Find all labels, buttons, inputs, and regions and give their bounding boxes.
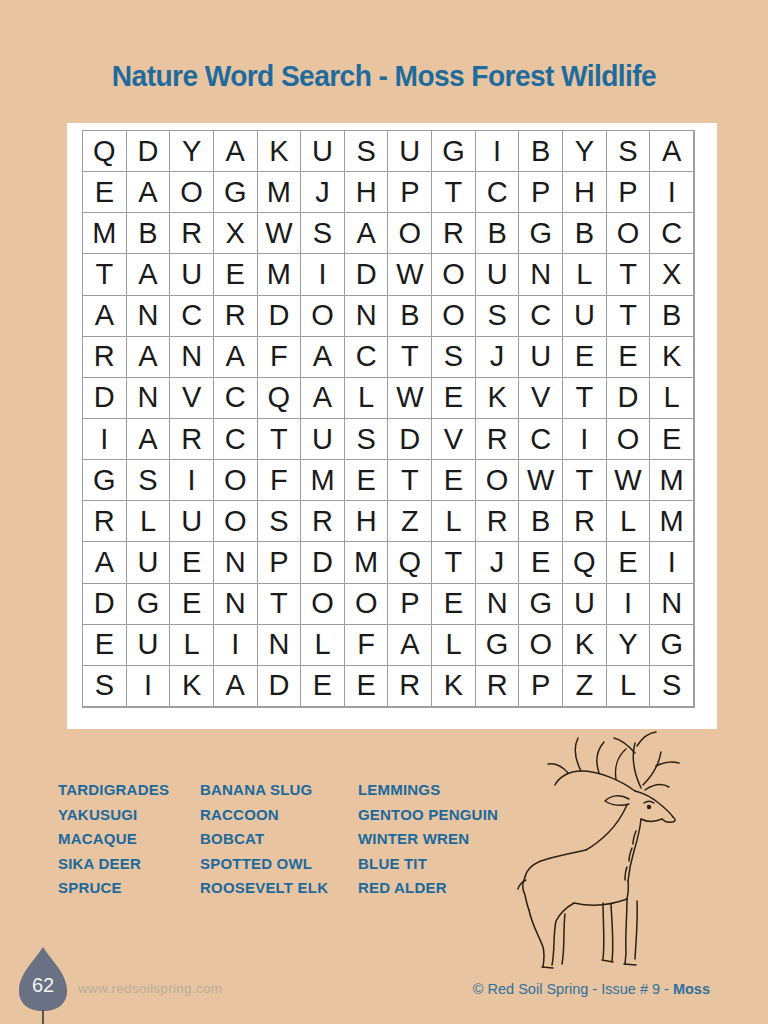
grid-cell[interactable]: M bbox=[83, 213, 127, 254]
grid-cell[interactable]: U bbox=[476, 254, 520, 295]
grid-cell[interactable]: X bbox=[214, 213, 258, 254]
grid-cell[interactable]: S bbox=[258, 501, 302, 542]
grid-cell[interactable]: D bbox=[388, 419, 432, 460]
grid-cell[interactable]: E bbox=[345, 460, 389, 501]
grid-cell[interactable]: L bbox=[432, 625, 476, 666]
grid-cell[interactable]: P bbox=[258, 542, 302, 583]
grid-cell[interactable]: B bbox=[388, 296, 432, 337]
grid-cell[interactable]: W bbox=[258, 213, 302, 254]
grid-cell[interactable]: V bbox=[170, 378, 214, 419]
copyright-issue-title: Moss bbox=[673, 981, 710, 997]
grid-cell[interactable]: C bbox=[650, 213, 694, 254]
grid-cell[interactable]: A bbox=[83, 542, 127, 583]
copyright-text: © Red Soil Spring - Issue # 9 - bbox=[473, 981, 673, 997]
grid-cell[interactable]: D bbox=[345, 254, 389, 295]
grid-cell[interactable]: E bbox=[83, 172, 127, 213]
grid-cell[interactable]: W bbox=[388, 254, 432, 295]
grid-cell[interactable]: W bbox=[519, 460, 563, 501]
grid-cell[interactable]: E bbox=[345, 666, 389, 707]
word-list-item: BOBCAT bbox=[200, 827, 328, 852]
grid-cell[interactable]: Q bbox=[563, 542, 607, 583]
grid-cell[interactable]: I bbox=[83, 419, 127, 460]
droplet-stem bbox=[42, 1010, 44, 1024]
grid-cell[interactable]: E bbox=[607, 337, 651, 378]
grid-cell[interactable]: O bbox=[170, 172, 214, 213]
grid-cell[interactable]: A bbox=[127, 254, 171, 295]
grid-cell[interactable]: O bbox=[388, 213, 432, 254]
grid-cell[interactable]: S bbox=[345, 419, 389, 460]
word-list-item: SIKA DEER bbox=[58, 852, 169, 877]
grid-cell[interactable]: A bbox=[83, 296, 127, 337]
grid-cell[interactable]: R bbox=[83, 501, 127, 542]
grid-cell[interactable]: A bbox=[127, 172, 171, 213]
grid-cell[interactable]: R bbox=[388, 666, 432, 707]
grid-cell[interactable]: E bbox=[432, 460, 476, 501]
grid-cell[interactable]: U bbox=[301, 419, 345, 460]
grid-cell[interactable]: L bbox=[650, 378, 694, 419]
grid-cell[interactable]: K bbox=[563, 625, 607, 666]
grid-cell[interactable]: O bbox=[214, 501, 258, 542]
grid-cell[interactable]: M bbox=[650, 501, 694, 542]
grid-cell[interactable]: C bbox=[519, 419, 563, 460]
grid-cell[interactable]: S bbox=[476, 296, 520, 337]
grid-cell[interactable]: L bbox=[607, 666, 651, 707]
grid-cell[interactable]: E bbox=[170, 584, 214, 625]
grid-cell[interactable]: F bbox=[345, 625, 389, 666]
grid-cell[interactable]: R bbox=[170, 213, 214, 254]
grid-cell[interactable]: X bbox=[650, 254, 694, 295]
grid-cell[interactable]: Q bbox=[388, 542, 432, 583]
grid-cell[interactable]: B bbox=[650, 296, 694, 337]
grid-cell[interactable]: U bbox=[170, 254, 214, 295]
grid-cell[interactable]: E bbox=[170, 542, 214, 583]
grid-cell[interactable]: N bbox=[170, 337, 214, 378]
grid-cell[interactable]: K bbox=[476, 378, 520, 419]
grid-cell[interactable]: N bbox=[476, 584, 520, 625]
grid-cell[interactable]: M bbox=[345, 542, 389, 583]
grid-cell[interactable]: A bbox=[214, 131, 258, 172]
grid-cell[interactable]: L bbox=[170, 625, 214, 666]
grid-cell[interactable]: Y bbox=[170, 131, 214, 172]
word-list-item: MACAQUE bbox=[58, 827, 169, 852]
grid-cell[interactable]: J bbox=[476, 337, 520, 378]
copyright-line: © Red Soil Spring - Issue # 9 - Moss bbox=[473, 981, 710, 997]
grid-cell[interactable]: E bbox=[301, 666, 345, 707]
grid-cell[interactable]: H bbox=[345, 172, 389, 213]
grid-cell[interactable]: D bbox=[83, 378, 127, 419]
website-url: www.redsoilspring.com bbox=[78, 981, 222, 996]
grid-cell[interactable]: T bbox=[432, 172, 476, 213]
grid-cell[interactable]: R bbox=[476, 666, 520, 707]
grid-cell[interactable]: T bbox=[563, 378, 607, 419]
grid-cell[interactable]: R bbox=[476, 419, 520, 460]
grid-cell[interactable]: M bbox=[301, 460, 345, 501]
grid-cell[interactable]: B bbox=[563, 213, 607, 254]
grid-cell[interactable]: I bbox=[301, 254, 345, 295]
grid-cell[interactable]: P bbox=[388, 584, 432, 625]
grid-cell[interactable]: G bbox=[519, 213, 563, 254]
grid-cell[interactable]: T bbox=[607, 254, 651, 295]
grid-cell[interactable]: A bbox=[650, 131, 694, 172]
grid-cell[interactable]: U bbox=[301, 131, 345, 172]
grid-cell[interactable]: W bbox=[388, 378, 432, 419]
grid-cell[interactable]: T bbox=[83, 254, 127, 295]
grid-cell[interactable]: A bbox=[301, 337, 345, 378]
grid-cell[interactable]: T bbox=[258, 584, 302, 625]
grid-cell[interactable]: A bbox=[214, 666, 258, 707]
grid-cell[interactable]: L bbox=[563, 254, 607, 295]
grid-cell[interactable]: N bbox=[214, 584, 258, 625]
grid-cell[interactable]: D bbox=[607, 378, 651, 419]
word-search-grid: QDYAKUSUGIBYSAEAOGMJHPTCPHPIMBRXWSAORBGB… bbox=[82, 130, 695, 708]
grid-cell[interactable]: S bbox=[650, 666, 694, 707]
grid-cell[interactable]: N bbox=[214, 542, 258, 583]
grid-cell[interactable]: D bbox=[258, 296, 302, 337]
word-list-item: RED ALDER bbox=[358, 876, 498, 901]
grid-cell[interactable]: K bbox=[258, 131, 302, 172]
grid-cell[interactable]: E bbox=[432, 584, 476, 625]
grid-cell[interactable]: S bbox=[83, 666, 127, 707]
grid-cell[interactable]: Q bbox=[83, 131, 127, 172]
word-list-item: BANANA SLUG bbox=[200, 778, 328, 803]
grid-cell[interactable]: E bbox=[650, 419, 694, 460]
grid-cell[interactable]: A bbox=[127, 337, 171, 378]
grid-cell[interactable]: N bbox=[650, 584, 694, 625]
grid-cell[interactable]: B bbox=[519, 131, 563, 172]
grid-cell[interactable]: T bbox=[388, 337, 432, 378]
grid-cell[interactable]: S bbox=[432, 337, 476, 378]
grid-cell[interactable]: W bbox=[607, 460, 651, 501]
word-list-item: TARDIGRADES bbox=[58, 778, 169, 803]
word-list-item: RACCOON bbox=[200, 803, 328, 828]
grid-cell[interactable]: C bbox=[519, 296, 563, 337]
grid-cell[interactable]: L bbox=[345, 378, 389, 419]
word-list-item: WINTER WREN bbox=[358, 827, 498, 852]
puzzle-page: Nature Word Search - Moss Forest Wildlif… bbox=[0, 0, 768, 1024]
grid-cell[interactable]: J bbox=[476, 542, 520, 583]
grid-cell[interactable]: O bbox=[214, 460, 258, 501]
grid-cell[interactable]: M bbox=[650, 460, 694, 501]
grid-cell[interactable]: Z bbox=[563, 666, 607, 707]
word-list-item: GENTOO PENGUIN bbox=[358, 803, 498, 828]
grid-cell[interactable]: Y bbox=[563, 131, 607, 172]
grid-cell[interactable]: V bbox=[432, 419, 476, 460]
grid-cell[interactable]: I bbox=[476, 131, 520, 172]
grid-cell[interactable]: L bbox=[432, 501, 476, 542]
word-list-item: LEMMINGS bbox=[358, 778, 498, 803]
grid-cell[interactable]: R bbox=[301, 501, 345, 542]
grid-cell[interactable]: L bbox=[127, 501, 171, 542]
grid-cell[interactable]: C bbox=[476, 172, 520, 213]
grid-cell[interactable]: U bbox=[127, 542, 171, 583]
grid-cell[interactable]: D bbox=[83, 584, 127, 625]
grid-cell[interactable]: N bbox=[127, 378, 171, 419]
grid-cell[interactable]: I bbox=[170, 460, 214, 501]
grid-cell[interactable]: K bbox=[170, 666, 214, 707]
grid-cell[interactable]: B bbox=[127, 213, 171, 254]
elk-illustration bbox=[498, 728, 703, 974]
grid-cell[interactable]: R bbox=[476, 501, 520, 542]
grid-cell[interactable]: U bbox=[563, 584, 607, 625]
grid-cell[interactable]: S bbox=[301, 213, 345, 254]
grid-cell[interactable]: O bbox=[476, 460, 520, 501]
word-list-item: BLUE TIT bbox=[358, 852, 498, 877]
grid-cell[interactable]: S bbox=[345, 131, 389, 172]
grid-cell[interactable]: E bbox=[519, 542, 563, 583]
grid-cell[interactable]: O bbox=[607, 419, 651, 460]
grid-cell[interactable]: O bbox=[432, 254, 476, 295]
grid-cell[interactable]: I bbox=[214, 625, 258, 666]
grid-cell[interactable]: G bbox=[519, 584, 563, 625]
grid-cell[interactable]: G bbox=[214, 172, 258, 213]
grid-cell[interactable]: V bbox=[519, 378, 563, 419]
grid-cell[interactable]: O bbox=[519, 625, 563, 666]
grid-cell[interactable]: Y bbox=[607, 625, 651, 666]
word-list-column-1: TARDIGRADESYAKUSUGIMACAQUESIKA DEERSPRUC… bbox=[58, 778, 169, 901]
grid-cell[interactable]: K bbox=[432, 666, 476, 707]
grid-cell[interactable]: O bbox=[301, 296, 345, 337]
grid-cell[interactable]: N bbox=[127, 296, 171, 337]
grid-cell[interactable]: I bbox=[607, 584, 651, 625]
grid-cell[interactable]: I bbox=[563, 419, 607, 460]
grid-cell[interactable]: U bbox=[170, 501, 214, 542]
grid-cell[interactable]: R bbox=[83, 337, 127, 378]
grid-cell[interactable]: M bbox=[258, 172, 302, 213]
grid-cell[interactable]: O bbox=[432, 296, 476, 337]
grid-cell[interactable]: I bbox=[127, 666, 171, 707]
grid-cell[interactable]: C bbox=[345, 337, 389, 378]
word-list-column-3: LEMMINGSGENTOO PENGUINWINTER WRENBLUE TI… bbox=[358, 778, 498, 901]
grid-cell[interactable]: S bbox=[127, 460, 171, 501]
grid-cell[interactable]: E bbox=[432, 378, 476, 419]
grid-cell[interactable]: O bbox=[301, 584, 345, 625]
grid-cell[interactable]: P bbox=[519, 172, 563, 213]
grid-cell[interactable]: C bbox=[214, 419, 258, 460]
grid-cell[interactable]: K bbox=[650, 337, 694, 378]
word-list-item: ROOSEVELT ELK bbox=[200, 876, 328, 901]
grid-cell[interactable]: G bbox=[476, 625, 520, 666]
grid-cell[interactable]: O bbox=[345, 584, 389, 625]
grid-cell[interactable]: A bbox=[301, 378, 345, 419]
grid-cell[interactable]: G bbox=[650, 625, 694, 666]
grid-cell[interactable]: U bbox=[563, 296, 607, 337]
grid-cell[interactable]: Z bbox=[388, 501, 432, 542]
grid-cell[interactable]: Q bbox=[258, 378, 302, 419]
grid-cell[interactable]: D bbox=[301, 542, 345, 583]
grid-cell[interactable]: U bbox=[388, 131, 432, 172]
grid-cell[interactable]: D bbox=[127, 131, 171, 172]
grid-cell[interactable]: H bbox=[345, 501, 389, 542]
grid-cell[interactable]: S bbox=[607, 131, 651, 172]
grid-cell[interactable]: B bbox=[519, 501, 563, 542]
word-list-item: SPRUCE bbox=[58, 876, 169, 901]
grid-cell[interactable]: H bbox=[563, 172, 607, 213]
grid-cell[interactable]: I bbox=[650, 172, 694, 213]
grid-cell[interactable]: R bbox=[563, 501, 607, 542]
grid-cell[interactable]: T bbox=[258, 419, 302, 460]
grid-cell[interactable]: M bbox=[258, 254, 302, 295]
grid-cell[interactable]: I bbox=[650, 542, 694, 583]
grid-cell[interactable]: N bbox=[345, 296, 389, 337]
grid-cell[interactable]: C bbox=[214, 378, 258, 419]
grid-cell[interactable]: P bbox=[607, 172, 651, 213]
grid-cell[interactable]: R bbox=[214, 296, 258, 337]
word-list-item: YAKUSUGI bbox=[58, 803, 169, 828]
grid-cell[interactable]: A bbox=[214, 337, 258, 378]
page-number-droplet: 62 bbox=[14, 946, 72, 1012]
grid-cell[interactable]: U bbox=[127, 625, 171, 666]
page-title: Nature Word Search - Moss Forest Wildlif… bbox=[12, 60, 757, 93]
word-list-column-2: BANANA SLUGRACCOONBOBCATSPOTTED OWLROOSE… bbox=[200, 778, 328, 901]
grid-cell[interactable]: R bbox=[432, 213, 476, 254]
grid-cell[interactable]: E bbox=[214, 254, 258, 295]
grid-cell[interactable]: E bbox=[607, 542, 651, 583]
grid-cell[interactable]: L bbox=[607, 501, 651, 542]
grid-cell[interactable]: F bbox=[258, 337, 302, 378]
grid-cell[interactable]: T bbox=[432, 542, 476, 583]
puzzle-panel: QDYAKUSUGIBYSAEAOGMJHPTCPHPIMBRXWSAORBGB… bbox=[67, 123, 717, 729]
grid-cell[interactable]: A bbox=[345, 213, 389, 254]
grid-cell[interactable]: T bbox=[388, 460, 432, 501]
grid-cell[interactable]: G bbox=[432, 131, 476, 172]
grid-cell[interactable]: N bbox=[519, 254, 563, 295]
grid-cell[interactable]: O bbox=[607, 213, 651, 254]
grid-cell[interactable]: C bbox=[170, 296, 214, 337]
grid-cell[interactable]: P bbox=[519, 666, 563, 707]
grid-cell[interactable]: A bbox=[127, 419, 171, 460]
grid-cell[interactable]: U bbox=[519, 337, 563, 378]
grid-cell[interactable]: A bbox=[388, 625, 432, 666]
grid-cell[interactable]: B bbox=[476, 213, 520, 254]
page-number: 62 bbox=[14, 974, 72, 997]
grid-cell[interactable]: F bbox=[258, 460, 302, 501]
grid-cell[interactable]: J bbox=[301, 172, 345, 213]
grid-cell[interactable]: L bbox=[301, 625, 345, 666]
word-list-item: SPOTTED OWL bbox=[200, 852, 328, 877]
grid-cell[interactable]: R bbox=[170, 419, 214, 460]
grid-cell[interactable]: G bbox=[83, 460, 127, 501]
grid-cell[interactable]: E bbox=[563, 337, 607, 378]
grid-cell[interactable]: D bbox=[258, 666, 302, 707]
grid-cell[interactable]: T bbox=[563, 460, 607, 501]
grid-cell[interactable]: N bbox=[258, 625, 302, 666]
grid-cell[interactable]: E bbox=[83, 625, 127, 666]
grid-cell[interactable]: G bbox=[127, 584, 171, 625]
grid-cell[interactable]: T bbox=[607, 296, 651, 337]
grid-cell[interactable]: P bbox=[388, 172, 432, 213]
